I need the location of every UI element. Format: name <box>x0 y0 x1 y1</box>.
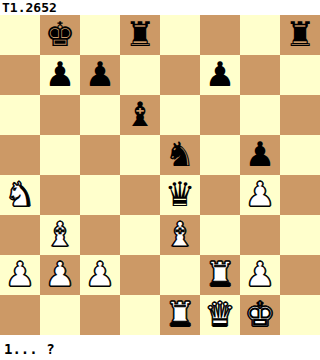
square-a2[interactable]: ♟ <box>0 255 40 295</box>
square-h4[interactable] <box>280 175 320 215</box>
piece-white-bishop[interactable]: ♝ <box>45 214 75 254</box>
piece-white-pawn[interactable]: ♟ <box>5 254 35 294</box>
piece-black-pawn[interactable]: ♟ <box>85 54 115 94</box>
square-g6[interactable] <box>240 95 280 135</box>
square-f8[interactable] <box>200 15 240 55</box>
square-b5[interactable] <box>40 135 80 175</box>
square-c4[interactable] <box>80 175 120 215</box>
square-e8[interactable] <box>160 15 200 55</box>
square-h6[interactable] <box>280 95 320 135</box>
square-a8[interactable] <box>0 15 40 55</box>
piece-white-pawn[interactable]: ♟ <box>245 174 275 214</box>
piece-black-queen[interactable]: ♛ <box>165 174 195 214</box>
piece-white-pawn[interactable]: ♟ <box>245 254 275 294</box>
square-b2[interactable]: ♟ <box>40 255 80 295</box>
square-d8[interactable]: ♜ <box>120 15 160 55</box>
move-prompt: 1... ? <box>0 335 320 360</box>
square-b3[interactable]: ♝ <box>40 215 80 255</box>
piece-white-pawn[interactable]: ♟ <box>85 254 115 294</box>
square-e4[interactable]: ♛ <box>160 175 200 215</box>
piece-black-knight[interactable]: ♞ <box>165 134 195 174</box>
square-h8[interactable]: ♜ <box>280 15 320 55</box>
square-f1[interactable]: ♛ <box>200 295 240 335</box>
square-a1[interactable] <box>0 295 40 335</box>
square-b4[interactable] <box>40 175 80 215</box>
puzzle-id-label: T1.2652 <box>0 0 320 15</box>
piece-black-rook[interactable]: ♜ <box>125 14 155 54</box>
square-f5[interactable] <box>200 135 240 175</box>
piece-white-rook[interactable]: ♜ <box>205 254 235 294</box>
square-c2[interactable]: ♟ <box>80 255 120 295</box>
piece-white-rook[interactable]: ♜ <box>165 294 195 334</box>
square-c7[interactable]: ♟ <box>80 55 120 95</box>
square-e7[interactable] <box>160 55 200 95</box>
square-b7[interactable]: ♟ <box>40 55 80 95</box>
square-c8[interactable] <box>80 15 120 55</box>
square-g3[interactable] <box>240 215 280 255</box>
square-h3[interactable] <box>280 215 320 255</box>
square-d7[interactable] <box>120 55 160 95</box>
square-c5[interactable] <box>80 135 120 175</box>
square-e2[interactable] <box>160 255 200 295</box>
square-g5[interactable]: ♟ <box>240 135 280 175</box>
square-g7[interactable] <box>240 55 280 95</box>
square-c1[interactable] <box>80 295 120 335</box>
square-h1[interactable] <box>280 295 320 335</box>
piece-black-rook[interactable]: ♜ <box>285 14 315 54</box>
piece-white-king[interactable]: ♚ <box>245 294 275 334</box>
square-f6[interactable] <box>200 95 240 135</box>
square-f3[interactable] <box>200 215 240 255</box>
square-a7[interactable] <box>0 55 40 95</box>
piece-black-pawn[interactable]: ♟ <box>45 54 75 94</box>
square-b1[interactable] <box>40 295 80 335</box>
piece-white-pawn[interactable]: ♟ <box>45 254 75 294</box>
square-h2[interactable] <box>280 255 320 295</box>
square-b8[interactable]: ♚ <box>40 15 80 55</box>
square-d5[interactable] <box>120 135 160 175</box>
square-d6[interactable]: ♝ <box>120 95 160 135</box>
square-e6[interactable] <box>160 95 200 135</box>
square-g8[interactable] <box>240 15 280 55</box>
square-h5[interactable] <box>280 135 320 175</box>
square-g2[interactable]: ♟ <box>240 255 280 295</box>
square-a3[interactable] <box>0 215 40 255</box>
square-c3[interactable] <box>80 215 120 255</box>
square-a5[interactable] <box>0 135 40 175</box>
piece-white-queen[interactable]: ♛ <box>205 294 235 334</box>
square-c6[interactable] <box>80 95 120 135</box>
square-d4[interactable] <box>120 175 160 215</box>
square-a6[interactable] <box>0 95 40 135</box>
square-d3[interactable] <box>120 215 160 255</box>
square-a4[interactable]: ♞ <box>0 175 40 215</box>
square-e5[interactable]: ♞ <box>160 135 200 175</box>
square-e3[interactable]: ♝ <box>160 215 200 255</box>
square-g4[interactable]: ♟ <box>240 175 280 215</box>
square-g1[interactable]: ♚ <box>240 295 280 335</box>
piece-white-bishop[interactable]: ♝ <box>165 214 195 254</box>
square-e1[interactable]: ♜ <box>160 295 200 335</box>
square-d1[interactable] <box>120 295 160 335</box>
piece-black-pawn[interactable]: ♟ <box>245 134 275 174</box>
piece-black-pawn[interactable]: ♟ <box>205 54 235 94</box>
chess-board: ♚♜♜♟♟♟♝♞♟♞♛♟♝♝♟♟♟♜♟♜♛♚ <box>0 15 320 335</box>
square-d2[interactable] <box>120 255 160 295</box>
piece-white-knight[interactable]: ♞ <box>5 174 35 214</box>
square-f4[interactable] <box>200 175 240 215</box>
piece-black-king[interactable]: ♚ <box>45 14 75 54</box>
square-b6[interactable] <box>40 95 80 135</box>
piece-black-bishop[interactable]: ♝ <box>125 94 155 134</box>
square-h7[interactable] <box>280 55 320 95</box>
square-f2[interactable]: ♜ <box>200 255 240 295</box>
square-f7[interactable]: ♟ <box>200 55 240 95</box>
